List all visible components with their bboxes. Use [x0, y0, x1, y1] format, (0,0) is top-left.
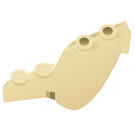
hollow-stud-left — [76, 35, 94, 52]
solid-stud-front — [11, 70, 30, 87]
stud-top — [35, 63, 53, 75]
stud-open-hole — [79, 38, 89, 46]
stud-open-hole — [103, 27, 113, 35]
stud-top — [11, 70, 29, 83]
hollow-stud-right — [99, 24, 117, 41]
lego-part-product-image: Slope Curved 4 x 1 Inverted — [0, 0, 135, 135]
lego-brick-render: Slope Curved 4 x 1 Inverted — [0, 0, 135, 135]
solid-stud-second — [35, 63, 54, 79]
